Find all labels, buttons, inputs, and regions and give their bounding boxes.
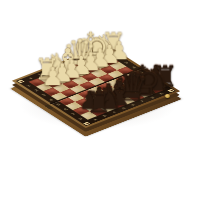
rank-label: 1 <box>104 50 118 57</box>
chess-piece-white-bishop[interactable]: ♝ <box>81 33 93 66</box>
chess-board: abcdefgh abcdefgh 12345678 12345678 ♜♞♝♛… <box>12 44 180 128</box>
file-labels-top: abcdefgh <box>23 49 104 82</box>
corner-inlay <box>102 47 109 51</box>
chess-piece-white-knight[interactable]: ♞ <box>91 31 103 62</box>
square-e1[interactable]: ♚ <box>66 63 83 71</box>
chess-piece-white-pawn[interactable]: ♟ <box>108 38 120 63</box>
chess-piece-black-rook[interactable]: ♜ <box>86 88 98 117</box>
chess-set-scene: abcdefgh abcdefgh 12345678 12345678 ♜♞♝♛… <box>0 0 200 200</box>
square-g1[interactable]: ♞ <box>85 56 102 64</box>
square-d3[interactable] <box>72 77 89 85</box>
chess-piece-white-pawn[interactable]: ♟ <box>89 46 101 71</box>
chess-piece-white-pawn[interactable]: ♟ <box>70 53 82 78</box>
square-g2[interactable]: ♟ <box>93 61 110 69</box>
chess-piece-white-pawn[interactable]: ♟ <box>42 64 54 89</box>
square-d2[interactable]: ♟ <box>64 72 81 80</box>
file-label: g <box>80 52 95 59</box>
square-e2[interactable]: ♟ <box>74 68 91 76</box>
clasp <box>165 94 170 98</box>
square-h1[interactable]: ♜ <box>95 52 112 60</box>
chess-piece-white-queen[interactable]: ♛ <box>62 34 74 73</box>
chess-piece-white-rook[interactable]: ♜ <box>100 29 112 58</box>
corner-inlay <box>17 80 24 84</box>
chess-piece-white-pawn[interactable]: ♟ <box>98 42 110 67</box>
chess-piece-white-pawn[interactable]: ♟ <box>79 49 91 74</box>
file-label: a <box>23 75 38 82</box>
square-f1[interactable]: ♝ <box>76 60 93 68</box>
file-label: f <box>70 56 85 63</box>
board-top-face: abcdefgh abcdefgh 12345678 12345678 ♜♞♝♛… <box>12 44 180 128</box>
product-photo-canvas: abcdefgh abcdefgh 12345678 12345678 ♜♞♝♛… <box>0 0 200 200</box>
file-label: h <box>89 49 104 56</box>
chess-piece-white-king[interactable]: ♚ <box>72 28 84 70</box>
square-f2[interactable]: ♟ <box>83 64 100 72</box>
